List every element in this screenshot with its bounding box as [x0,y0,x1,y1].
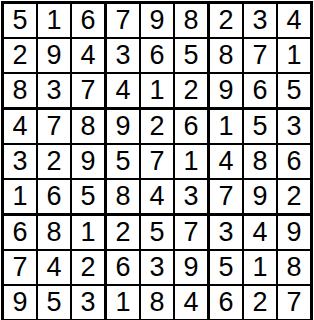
box-r3c1: 681742953 [4,216,104,319]
cell-r8c5[interactable]: 3 [141,251,173,284]
cell-r4c3[interactable]: 8 [72,110,104,143]
box-r1c2: 798365412 [107,4,207,107]
cell-r6c3[interactable]: 5 [72,180,104,213]
cell-r1c4[interactable]: 7 [107,4,139,37]
cell-r3c9[interactable]: 5 [278,74,310,107]
cell-r6c6[interactable]: 3 [175,180,207,213]
cell-r1c5[interactable]: 9 [141,4,173,37]
cell-r7c4[interactable]: 2 [107,216,139,249]
cell-r9c9[interactable]: 7 [278,286,310,319]
cell-r8c3[interactable]: 2 [72,251,104,284]
cell-r5c2[interactable]: 2 [38,145,70,178]
cell-r5c5[interactable]: 7 [141,145,173,178]
cell-r6c4[interactable]: 8 [107,180,139,213]
cell-r8c9[interactable]: 8 [278,251,310,284]
cell-r9c7[interactable]: 6 [210,286,242,319]
box-r2c2: 926571843 [107,110,207,213]
cell-r9c1[interactable]: 9 [4,286,36,319]
cell-r8c4[interactable]: 6 [107,251,139,284]
box-r2c1: 478329165 [4,110,104,213]
cell-r1c6[interactable]: 8 [175,4,207,37]
cell-r8c1[interactable]: 7 [4,251,36,284]
cell-r6c8[interactable]: 9 [244,180,276,213]
cell-r6c7[interactable]: 7 [210,180,242,213]
box-r2c3: 153486792 [210,110,310,213]
cell-r5c8[interactable]: 8 [244,145,276,178]
cell-r3c4[interactable]: 4 [107,74,139,107]
cell-r3c3[interactable]: 7 [72,74,104,107]
cell-r4c4[interactable]: 9 [107,110,139,143]
cell-r7c1[interactable]: 6 [4,216,36,249]
page-background: 5162948377983654122348719654783291659265… [0,0,314,320]
cell-r3c6[interactable]: 2 [175,74,207,107]
cell-r1c8[interactable]: 3 [244,4,276,37]
cell-r9c5[interactable]: 8 [141,286,173,319]
cell-r5c4[interactable]: 5 [107,145,139,178]
cell-r3c1[interactable]: 8 [4,74,36,107]
cell-r6c9[interactable]: 2 [278,180,310,213]
cell-r7c6[interactable]: 7 [175,216,207,249]
cell-r5c1[interactable]: 3 [4,145,36,178]
cell-r4c9[interactable]: 3 [278,110,310,143]
cell-r3c7[interactable]: 9 [210,74,242,107]
cell-r2c5[interactable]: 6 [141,39,173,72]
cell-r8c6[interactable]: 9 [175,251,207,284]
cell-r9c6[interactable]: 4 [175,286,207,319]
box-r1c1: 516294837 [4,4,104,107]
cell-r9c4[interactable]: 1 [107,286,139,319]
cell-r2c9[interactable]: 1 [278,39,310,72]
sudoku-board: 5162948377983654122348719654783291659265… [1,1,313,320]
cell-r7c8[interactable]: 4 [244,216,276,249]
box-r1c3: 234871965 [210,4,310,107]
cell-r3c5[interactable]: 1 [141,74,173,107]
cell-r5c9[interactable]: 6 [278,145,310,178]
cell-r4c6[interactable]: 6 [175,110,207,143]
cell-r7c2[interactable]: 8 [38,216,70,249]
cell-r9c8[interactable]: 2 [244,286,276,319]
cell-r5c3[interactable]: 9 [72,145,104,178]
cell-r1c7[interactable]: 2 [210,4,242,37]
cell-r3c2[interactable]: 3 [38,74,70,107]
cell-r7c9[interactable]: 9 [278,216,310,249]
cell-r1c3[interactable]: 6 [72,4,104,37]
cell-r1c1[interactable]: 5 [4,4,36,37]
box-r3c2: 257639184 [107,216,207,319]
cell-r9c3[interactable]: 3 [72,286,104,319]
cell-r6c5[interactable]: 4 [141,180,173,213]
cell-r7c7[interactable]: 3 [210,216,242,249]
cell-r2c3[interactable]: 4 [72,39,104,72]
cell-r5c7[interactable]: 4 [210,145,242,178]
cell-r4c5[interactable]: 2 [141,110,173,143]
cell-r4c8[interactable]: 5 [244,110,276,143]
cell-r2c7[interactable]: 8 [210,39,242,72]
cell-r2c8[interactable]: 7 [244,39,276,72]
cell-r6c2[interactable]: 6 [38,180,70,213]
cell-r3c8[interactable]: 6 [244,74,276,107]
cell-r4c2[interactable]: 7 [38,110,70,143]
cell-r2c2[interactable]: 9 [38,39,70,72]
cell-r1c9[interactable]: 4 [278,4,310,37]
cell-r4c1[interactable]: 4 [4,110,36,143]
box-r3c3: 349518627 [210,216,310,319]
cell-r8c7[interactable]: 5 [210,251,242,284]
cell-r8c8[interactable]: 1 [244,251,276,284]
cell-r7c3[interactable]: 1 [72,216,104,249]
cell-r8c2[interactable]: 4 [38,251,70,284]
cell-r2c4[interactable]: 3 [107,39,139,72]
cell-r2c6[interactable]: 5 [175,39,207,72]
cell-r5c6[interactable]: 1 [175,145,207,178]
cell-r7c5[interactable]: 5 [141,216,173,249]
cell-r6c1[interactable]: 1 [4,180,36,213]
cell-r9c2[interactable]: 5 [38,286,70,319]
cell-r4c7[interactable]: 1 [210,110,242,143]
cell-r1c2[interactable]: 1 [38,4,70,37]
cell-r2c1[interactable]: 2 [4,39,36,72]
